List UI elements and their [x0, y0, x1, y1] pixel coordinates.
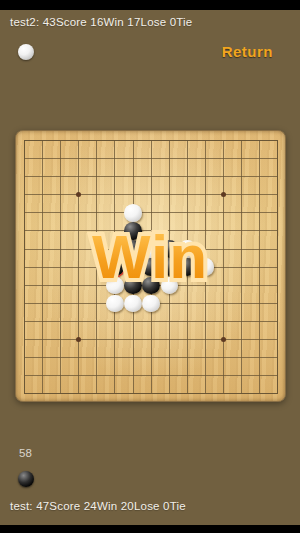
white-stone — [197, 258, 215, 276]
board-grid — [16, 132, 288, 404]
bottom-status-strip — [0, 525, 300, 533]
black-stone — [179, 258, 197, 276]
black-stone — [142, 258, 160, 276]
white-stone — [161, 277, 179, 295]
black-stone — [124, 277, 142, 295]
black-stone — [124, 222, 142, 240]
white-stone-icon — [18, 44, 34, 60]
white-stone — [179, 240, 197, 258]
white-stone — [142, 295, 160, 313]
move-counter: 58 — [19, 447, 32, 459]
black-stone — [161, 240, 179, 258]
star-point — [221, 337, 226, 342]
star-point — [76, 192, 81, 197]
opponent-stats: test2: 43Score 16Win 17Lose 0Tie — [10, 16, 192, 28]
star-point — [221, 192, 226, 197]
white-stone — [106, 277, 124, 295]
black-stone-icon — [18, 471, 34, 487]
star-point — [76, 337, 81, 342]
app-screen: test2: 43Score 16Win 17Lose 0Tie Return … — [0, 0, 300, 533]
white-stone — [142, 240, 160, 258]
black-stone — [161, 258, 179, 276]
black-stone — [106, 258, 124, 276]
black-stone — [124, 240, 142, 258]
white-stone — [124, 204, 142, 222]
player-stats: test: 47Score 24Win 20Lose 0Tie — [10, 500, 186, 512]
white-stone — [106, 295, 124, 313]
white-stone — [124, 295, 142, 313]
black-stone — [124, 258, 142, 276]
return-button[interactable]: Return — [222, 43, 273, 60]
black-stone — [142, 277, 160, 295]
gomoku-board[interactable] — [15, 130, 286, 402]
top-status-strip — [0, 0, 300, 10]
